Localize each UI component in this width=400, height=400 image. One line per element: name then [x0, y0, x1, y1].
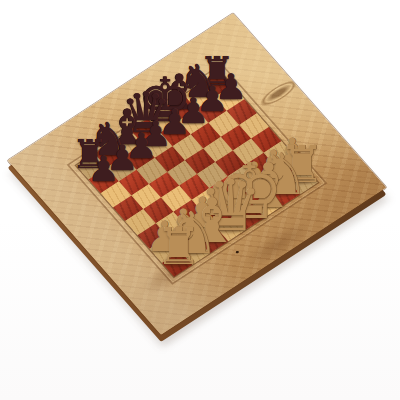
- playing-field: [76, 71, 318, 276]
- chess-set-photo: ♜♞♝♛♚♝♞♜♟♟♟♟♟♟♟♟♟♟♟♟♟♟♟♟♜♞♝♛♚♝♞♜: [0, 0, 400, 400]
- chess-board: [8, 13, 387, 335]
